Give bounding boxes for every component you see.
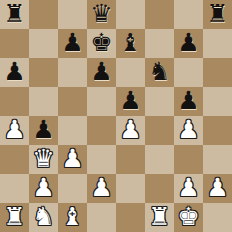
black-pawn-piece[interactable]: ♟	[32, 116, 54, 144]
square-g7[interactable]: ♟	[174, 29, 203, 58]
square-f3[interactable]	[145, 145, 174, 174]
black-king-piece[interactable]: ♚	[90, 29, 112, 57]
black-queen-piece[interactable]: ♛	[90, 0, 112, 28]
square-a2[interactable]	[0, 174, 29, 203]
white-pawn-piece[interactable]: ♟	[3, 116, 25, 144]
square-e5[interactable]: ♟	[116, 87, 145, 116]
white-pawn-piece[interactable]: ♟	[61, 145, 83, 173]
square-g3[interactable]	[174, 145, 203, 174]
white-king-piece[interactable]: ♚	[177, 203, 199, 231]
square-b7[interactable]	[29, 29, 58, 58]
black-pawn-piece[interactable]: ♟	[177, 29, 199, 57]
chess-board: ♜♛♜♟♚♝♟♟♟♞♟♟♟♟♟♟♛♟♟♟♟♟♜♞♝♜♚	[0, 0, 232, 232]
square-f4[interactable]	[145, 116, 174, 145]
square-a3[interactable]	[0, 145, 29, 174]
black-knight-piece[interactable]: ♞	[148, 58, 170, 86]
square-e3[interactable]	[116, 145, 145, 174]
square-a6[interactable]: ♟	[0, 58, 29, 87]
square-e6[interactable]	[116, 58, 145, 87]
square-a8[interactable]: ♜	[0, 0, 29, 29]
square-f6[interactable]: ♞	[145, 58, 174, 87]
white-knight-piece[interactable]: ♞	[32, 203, 54, 231]
square-c4[interactable]	[58, 116, 87, 145]
square-f8[interactable]	[145, 0, 174, 29]
square-d2[interactable]: ♟	[87, 174, 116, 203]
square-g4[interactable]: ♟	[174, 116, 203, 145]
square-e2[interactable]	[116, 174, 145, 203]
square-c2[interactable]	[58, 174, 87, 203]
square-h3[interactable]	[203, 145, 232, 174]
square-g2[interactable]: ♟	[174, 174, 203, 203]
square-e7[interactable]: ♝	[116, 29, 145, 58]
black-pawn-piece[interactable]: ♟	[177, 87, 199, 115]
black-rook-piece[interactable]: ♜	[3, 0, 25, 28]
square-b4[interactable]: ♟	[29, 116, 58, 145]
square-h2[interactable]: ♟	[203, 174, 232, 203]
square-h6[interactable]	[203, 58, 232, 87]
square-g8[interactable]	[174, 0, 203, 29]
black-pawn-piece[interactable]: ♟	[119, 87, 141, 115]
square-d5[interactable]	[87, 87, 116, 116]
square-c6[interactable]	[58, 58, 87, 87]
square-b6[interactable]	[29, 58, 58, 87]
square-d3[interactable]	[87, 145, 116, 174]
white-pawn-piece[interactable]: ♟	[206, 174, 228, 202]
square-h7[interactable]	[203, 29, 232, 58]
square-c5[interactable]	[58, 87, 87, 116]
white-bishop-piece[interactable]: ♝	[61, 203, 83, 231]
black-pawn-piece[interactable]: ♟	[90, 58, 112, 86]
square-c7[interactable]: ♟	[58, 29, 87, 58]
square-d7[interactable]: ♚	[87, 29, 116, 58]
square-f2[interactable]	[145, 174, 174, 203]
square-g1[interactable]: ♚	[174, 203, 203, 232]
square-f7[interactable]	[145, 29, 174, 58]
square-c1[interactable]: ♝	[58, 203, 87, 232]
black-pawn-piece[interactable]: ♟	[3, 58, 25, 86]
square-a7[interactable]	[0, 29, 29, 58]
square-h5[interactable]	[203, 87, 232, 116]
square-b8[interactable]	[29, 0, 58, 29]
white-pawn-piece[interactable]: ♟	[90, 174, 112, 202]
black-rook-piece[interactable]: ♜	[206, 0, 228, 28]
square-d8[interactable]: ♛	[87, 0, 116, 29]
square-a5[interactable]	[0, 87, 29, 116]
white-rook-piece[interactable]: ♜	[148, 203, 170, 231]
square-f5[interactable]	[145, 87, 174, 116]
white-pawn-piece[interactable]: ♟	[32, 174, 54, 202]
square-g5[interactable]: ♟	[174, 87, 203, 116]
white-pawn-piece[interactable]: ♟	[119, 116, 141, 144]
square-a1[interactable]: ♜	[0, 203, 29, 232]
white-pawn-piece[interactable]: ♟	[177, 116, 199, 144]
square-d6[interactable]: ♟	[87, 58, 116, 87]
square-e1[interactable]	[116, 203, 145, 232]
square-h4[interactable]	[203, 116, 232, 145]
square-c8[interactable]	[58, 0, 87, 29]
black-pawn-piece[interactable]: ♟	[61, 29, 83, 57]
square-h8[interactable]: ♜	[203, 0, 232, 29]
white-pawn-piece[interactable]: ♟	[177, 174, 199, 202]
square-b5[interactable]	[29, 87, 58, 116]
square-f1[interactable]: ♜	[145, 203, 174, 232]
chess-board-container: ♜♛♜♟♚♝♟♟♟♞♟♟♟♟♟♟♛♟♟♟♟♟♜♞♝♜♚	[0, 0, 232, 232]
square-b2[interactable]: ♟	[29, 174, 58, 203]
square-c3[interactable]: ♟	[58, 145, 87, 174]
square-h1[interactable]	[203, 203, 232, 232]
square-b1[interactable]: ♞	[29, 203, 58, 232]
square-d1[interactable]	[87, 203, 116, 232]
square-a4[interactable]: ♟	[0, 116, 29, 145]
square-d4[interactable]	[87, 116, 116, 145]
square-g6[interactable]	[174, 58, 203, 87]
white-rook-piece[interactable]: ♜	[3, 203, 25, 231]
white-queen-piece[interactable]: ♛	[32, 145, 54, 173]
square-b3[interactable]: ♛	[29, 145, 58, 174]
square-e8[interactable]	[116, 0, 145, 29]
black-bishop-piece[interactable]: ♝	[119, 29, 141, 57]
square-e4[interactable]: ♟	[116, 116, 145, 145]
